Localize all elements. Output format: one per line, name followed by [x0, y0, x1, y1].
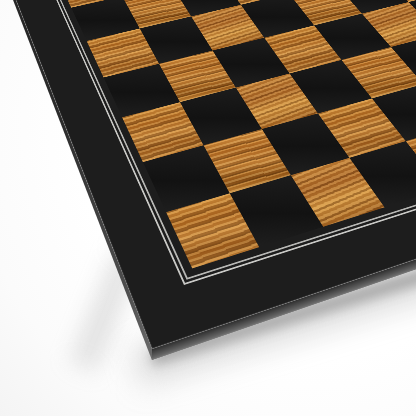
board-squares — [44, 0, 416, 268]
product-photo — [0, 0, 416, 416]
